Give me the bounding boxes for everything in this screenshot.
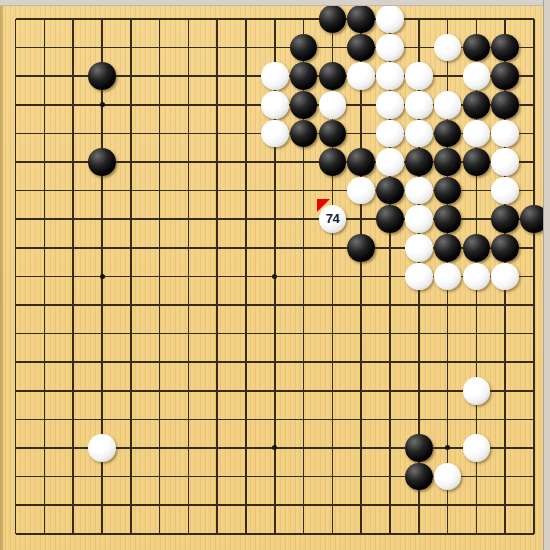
board-cell[interactable] [433, 319, 462, 348]
board-cell[interactable] [491, 119, 520, 148]
board-cell[interactable] [404, 205, 433, 234]
board-cell[interactable] [404, 462, 433, 491]
board-cell[interactable] [433, 462, 462, 491]
board-cell[interactable] [30, 405, 59, 434]
board-cell[interactable] [347, 62, 376, 91]
board-cell[interactable] [260, 434, 289, 463]
board-cell[interactable] [116, 176, 145, 205]
board-cell[interactable] [232, 434, 261, 463]
board-cell[interactable] [145, 262, 174, 291]
board-cell[interactable] [260, 291, 289, 320]
board-cell[interactable] [376, 491, 405, 520]
board-cell[interactable] [462, 234, 491, 263]
board-cell[interactable] [376, 33, 405, 62]
board-cell[interactable] [203, 491, 232, 520]
board-cell[interactable] [433, 62, 462, 91]
board-cell[interactable] [88, 33, 117, 62]
board-cell[interactable] [203, 405, 232, 434]
board-cell[interactable] [203, 462, 232, 491]
board-cell[interactable] [404, 234, 433, 263]
board-cell[interactable] [376, 205, 405, 234]
board-cell[interactable] [318, 262, 347, 291]
board-cell[interactable] [376, 62, 405, 91]
board-cell[interactable] [260, 119, 289, 148]
board-cell[interactable] [376, 348, 405, 377]
board-cell[interactable] [1, 291, 30, 320]
board-cell[interactable] [116, 376, 145, 405]
board-cell[interactable] [318, 91, 347, 120]
board-cell[interactable] [174, 5, 203, 34]
board-cell[interactable] [88, 491, 117, 520]
board-cell[interactable] [318, 33, 347, 62]
board-cell[interactable] [203, 91, 232, 120]
board-cell[interactable] [433, 234, 462, 263]
board-cell[interactable] [376, 176, 405, 205]
board-cell[interactable] [289, 5, 318, 34]
board-cell[interactable] [433, 119, 462, 148]
board-cell[interactable] [203, 348, 232, 377]
board-cell[interactable] [116, 291, 145, 320]
board-cell[interactable] [30, 319, 59, 348]
board-cell[interactable] [491, 491, 520, 520]
board-cell[interactable] [174, 319, 203, 348]
board-cell[interactable] [433, 5, 462, 34]
board-cell[interactable] [404, 91, 433, 120]
board-cell[interactable] [404, 176, 433, 205]
board-cell[interactable] [1, 405, 30, 434]
board-cell[interactable] [376, 319, 405, 348]
board-cell[interactable] [491, 348, 520, 377]
board-cell[interactable] [203, 176, 232, 205]
board-cell[interactable] [376, 291, 405, 320]
board-cell[interactable] [318, 319, 347, 348]
board-cell[interactable] [318, 434, 347, 463]
board-cell[interactable] [145, 119, 174, 148]
board-cell[interactable] [318, 5, 347, 34]
board-cell[interactable] [1, 519, 30, 548]
board-cell[interactable] [491, 234, 520, 263]
board-cell[interactable] [318, 119, 347, 148]
board-cell[interactable] [116, 262, 145, 291]
board-cell[interactable] [404, 434, 433, 463]
board-cell[interactable] [232, 5, 261, 34]
board-cell[interactable] [260, 5, 289, 34]
board-cell[interactable] [1, 5, 30, 34]
board-cell[interactable] [203, 234, 232, 263]
board-cell[interactable] [232, 91, 261, 120]
board-cell[interactable] [174, 376, 203, 405]
board-cell[interactable] [376, 234, 405, 263]
board-cell[interactable] [462, 5, 491, 34]
board-cell[interactable] [289, 262, 318, 291]
board-cell[interactable] [1, 176, 30, 205]
board-cell[interactable] [1, 119, 30, 148]
board-cell[interactable] [1, 262, 30, 291]
board-cell[interactable] [376, 434, 405, 463]
board-cell[interactable] [59, 148, 88, 177]
board-cell[interactable] [433, 348, 462, 377]
board-cell[interactable] [59, 91, 88, 120]
board-cell[interactable] [203, 33, 232, 62]
board-cell[interactable] [145, 62, 174, 91]
board-cell[interactable] [404, 33, 433, 62]
board-cell[interactable] [462, 119, 491, 148]
board-cell[interactable] [145, 91, 174, 120]
board-cell[interactable] [174, 119, 203, 148]
board-cell[interactable] [433, 262, 462, 291]
board-cell[interactable] [376, 376, 405, 405]
board-cell[interactable] [404, 491, 433, 520]
board-cell[interactable] [30, 33, 59, 62]
board-cell[interactable] [491, 62, 520, 91]
board-cell[interactable] [232, 262, 261, 291]
board-cell[interactable] [260, 491, 289, 520]
board-cell[interactable] [433, 519, 462, 548]
board-cell[interactable] [174, 176, 203, 205]
board-cell[interactable] [30, 176, 59, 205]
board-cell[interactable] [232, 148, 261, 177]
board-cell[interactable] [462, 319, 491, 348]
board-cell[interactable] [347, 176, 376, 205]
board-cell[interactable] [145, 176, 174, 205]
board-cell[interactable] [289, 148, 318, 177]
board-cell[interactable] [289, 434, 318, 463]
board-cell[interactable] [376, 91, 405, 120]
board-cell[interactable]: 74 [318, 205, 347, 234]
board-cell[interactable] [116, 405, 145, 434]
board-cell[interactable] [347, 491, 376, 520]
board-cell[interactable] [289, 291, 318, 320]
board-cell[interactable] [1, 234, 30, 263]
board-cell[interactable] [491, 5, 520, 34]
board-cell[interactable] [347, 262, 376, 291]
board-cell[interactable] [30, 5, 59, 34]
board-cell[interactable] [116, 205, 145, 234]
board-cell[interactable] [145, 5, 174, 34]
board-cell[interactable] [491, 205, 520, 234]
board-cell[interactable] [404, 148, 433, 177]
board-cell[interactable] [491, 176, 520, 205]
board-cell[interactable] [433, 176, 462, 205]
board-cell[interactable] [88, 91, 117, 120]
board-cell[interactable] [404, 5, 433, 34]
board-cell[interactable] [232, 176, 261, 205]
board-cell[interactable] [462, 462, 491, 491]
board-cell[interactable] [289, 462, 318, 491]
board-cell[interactable] [318, 519, 347, 548]
board-cell[interactable] [433, 291, 462, 320]
board-cell[interactable] [491, 91, 520, 120]
board-cell[interactable] [174, 519, 203, 548]
board-cell[interactable] [203, 519, 232, 548]
board-cell[interactable] [88, 376, 117, 405]
board-cell[interactable] [203, 376, 232, 405]
board-cell[interactable] [289, 91, 318, 120]
board-cell[interactable] [203, 291, 232, 320]
board-cell[interactable] [232, 205, 261, 234]
board-cell[interactable] [1, 148, 30, 177]
board-cell[interactable] [232, 33, 261, 62]
board-cell[interactable] [260, 33, 289, 62]
board-cell[interactable] [347, 519, 376, 548]
board-cell[interactable] [203, 205, 232, 234]
board-cell[interactable] [145, 205, 174, 234]
board-cell[interactable] [462, 491, 491, 520]
board-cell[interactable] [30, 91, 59, 120]
board-cell[interactable] [174, 205, 203, 234]
board-cell[interactable] [59, 434, 88, 463]
board-cell[interactable] [462, 205, 491, 234]
board-cell[interactable] [404, 62, 433, 91]
board-cell[interactable] [145, 376, 174, 405]
board-cell[interactable] [145, 405, 174, 434]
board-cell[interactable] [491, 405, 520, 434]
board-cell[interactable] [59, 33, 88, 62]
board-cell[interactable] [462, 176, 491, 205]
board-cell[interactable] [347, 148, 376, 177]
board-cell[interactable] [491, 33, 520, 62]
board-cell[interactable] [260, 176, 289, 205]
board-cell[interactable] [318, 234, 347, 263]
board-cell[interactable] [289, 62, 318, 91]
board-cell[interactable] [462, 62, 491, 91]
board-cell[interactable] [433, 434, 462, 463]
board-cell[interactable] [203, 119, 232, 148]
board-cell[interactable] [376, 262, 405, 291]
board-cell[interactable] [433, 148, 462, 177]
board-cell[interactable] [116, 491, 145, 520]
board-cell[interactable] [1, 62, 30, 91]
board-cell[interactable] [232, 376, 261, 405]
board-cell[interactable] [174, 91, 203, 120]
board-cell[interactable] [116, 91, 145, 120]
board-cell[interactable] [404, 519, 433, 548]
board-cell[interactable] [232, 119, 261, 148]
board-cell[interactable] [30, 234, 59, 263]
board-cell[interactable] [145, 519, 174, 548]
board-cell[interactable] [1, 205, 30, 234]
board-cell[interactable] [260, 462, 289, 491]
board-cell[interactable] [1, 434, 30, 463]
board-cell[interactable] [347, 5, 376, 34]
board-cell[interactable] [59, 5, 88, 34]
board-cell[interactable] [116, 234, 145, 263]
board-cell[interactable] [232, 519, 261, 548]
board-cell[interactable] [174, 62, 203, 91]
board-cell[interactable] [59, 262, 88, 291]
board-cell[interactable] [318, 376, 347, 405]
board-cell[interactable] [59, 205, 88, 234]
board-cell[interactable] [491, 434, 520, 463]
board-cell[interactable] [376, 5, 405, 34]
board-cell[interactable] [462, 91, 491, 120]
board-cell[interactable] [433, 33, 462, 62]
board-cell[interactable] [59, 119, 88, 148]
board-cell[interactable] [30, 119, 59, 148]
board-cell[interactable] [260, 405, 289, 434]
board-cell[interactable] [88, 405, 117, 434]
board-cell[interactable] [462, 262, 491, 291]
board-cell[interactable] [30, 205, 59, 234]
board-cell[interactable] [174, 262, 203, 291]
board-cell[interactable] [491, 319, 520, 348]
board-cell[interactable] [59, 176, 88, 205]
board-cell[interactable] [1, 491, 30, 520]
board-cell[interactable] [88, 291, 117, 320]
board-cell[interactable] [88, 234, 117, 263]
board-cell[interactable] [433, 405, 462, 434]
board-cell[interactable] [318, 291, 347, 320]
board-cell[interactable] [491, 262, 520, 291]
board-cell[interactable] [116, 462, 145, 491]
board-cell[interactable] [1, 319, 30, 348]
board-cell[interactable] [59, 291, 88, 320]
board-cell[interactable] [174, 33, 203, 62]
board-cell[interactable] [174, 434, 203, 463]
board-cell[interactable] [203, 434, 232, 463]
board-cell[interactable] [30, 519, 59, 548]
board-cell[interactable] [404, 376, 433, 405]
board-cell[interactable] [232, 348, 261, 377]
board-cell[interactable] [1, 33, 30, 62]
board-cell[interactable] [260, 205, 289, 234]
board-cell[interactable] [491, 148, 520, 177]
board-cell[interactable] [260, 376, 289, 405]
board-cell[interactable] [30, 462, 59, 491]
board-cell[interactable] [232, 62, 261, 91]
board-cell[interactable] [462, 376, 491, 405]
board-cell[interactable] [232, 491, 261, 520]
board-cell[interactable] [232, 319, 261, 348]
board-cell[interactable] [145, 491, 174, 520]
board-cell[interactable] [347, 205, 376, 234]
board-cell[interactable] [116, 33, 145, 62]
board-cell[interactable] [347, 33, 376, 62]
board-cell[interactable] [433, 491, 462, 520]
board-cell[interactable] [289, 519, 318, 548]
board-cell[interactable] [347, 291, 376, 320]
board-cell[interactable] [174, 348, 203, 377]
board-cell[interactable] [59, 405, 88, 434]
board-cell[interactable] [462, 148, 491, 177]
board-cell[interactable] [88, 462, 117, 491]
board-cell[interactable] [260, 234, 289, 263]
board-cell[interactable] [116, 148, 145, 177]
board-cell[interactable] [88, 148, 117, 177]
board-cell[interactable] [88, 348, 117, 377]
board-cell[interactable] [116, 319, 145, 348]
board-cell[interactable] [318, 491, 347, 520]
board-cell[interactable] [260, 519, 289, 548]
board-cell[interactable] [88, 205, 117, 234]
board-cell[interactable] [491, 291, 520, 320]
board-cell[interactable] [491, 376, 520, 405]
board-cell[interactable] [347, 234, 376, 263]
board-cell[interactable] [88, 119, 117, 148]
board-cell[interactable] [289, 405, 318, 434]
board-cell[interactable] [30, 434, 59, 463]
board-cell[interactable] [260, 148, 289, 177]
board-cell[interactable] [59, 376, 88, 405]
board-cell[interactable] [203, 148, 232, 177]
board-cell[interactable] [174, 491, 203, 520]
board-cell[interactable] [30, 291, 59, 320]
board-cell[interactable] [145, 348, 174, 377]
board-cell[interactable] [289, 348, 318, 377]
board-cell[interactable] [289, 205, 318, 234]
board-cell[interactable] [1, 91, 30, 120]
board-cell[interactable] [376, 462, 405, 491]
board-cell[interactable] [462, 348, 491, 377]
board-cell[interactable] [376, 119, 405, 148]
board-cell[interactable] [1, 462, 30, 491]
board-cell[interactable] [30, 348, 59, 377]
board-cell[interactable] [145, 148, 174, 177]
board-cell[interactable] [404, 262, 433, 291]
board-cell[interactable] [59, 62, 88, 91]
board-cell[interactable] [145, 319, 174, 348]
board-cell[interactable] [289, 119, 318, 148]
board-cell[interactable] [318, 405, 347, 434]
board-cell[interactable] [376, 405, 405, 434]
board-cell[interactable] [116, 5, 145, 34]
board-cell[interactable] [59, 319, 88, 348]
board-cell[interactable] [347, 405, 376, 434]
board-cell[interactable] [289, 33, 318, 62]
board-cell[interactable] [174, 148, 203, 177]
board-cell[interactable] [30, 62, 59, 91]
board-cell[interactable] [433, 205, 462, 234]
board-cell[interactable] [289, 319, 318, 348]
board-cell[interactable] [203, 62, 232, 91]
board-cell[interactable] [462, 519, 491, 548]
board-cell[interactable] [289, 234, 318, 263]
board-cell[interactable] [174, 291, 203, 320]
board-cell[interactable] [462, 33, 491, 62]
board-cell[interactable] [88, 5, 117, 34]
board-cell[interactable] [203, 319, 232, 348]
board-cell[interactable] [88, 62, 117, 91]
board-cell[interactable] [232, 291, 261, 320]
board-cell[interactable] [289, 176, 318, 205]
board-cell[interactable] [289, 376, 318, 405]
board-cell[interactable] [347, 376, 376, 405]
board-cell[interactable] [59, 491, 88, 520]
board-cell[interactable] [145, 291, 174, 320]
board-cell[interactable] [145, 33, 174, 62]
board-cell[interactable] [203, 262, 232, 291]
board-cell[interactable] [347, 462, 376, 491]
board-cell[interactable] [116, 62, 145, 91]
board-cell[interactable] [376, 519, 405, 548]
board-cell[interactable] [145, 434, 174, 463]
board-cell[interactable] [174, 405, 203, 434]
board-cell[interactable] [232, 405, 261, 434]
board-cell[interactable] [59, 348, 88, 377]
board-cell[interactable] [1, 376, 30, 405]
board-cell[interactable] [145, 462, 174, 491]
board-cell[interactable] [88, 262, 117, 291]
board-cell[interactable] [59, 462, 88, 491]
board-cell[interactable] [404, 291, 433, 320]
board-cell[interactable] [145, 234, 174, 263]
board-cell[interactable] [88, 519, 117, 548]
board-cell[interactable] [433, 376, 462, 405]
board-cell[interactable] [232, 234, 261, 263]
board-cell[interactable] [260, 262, 289, 291]
board-cell[interactable] [318, 348, 347, 377]
board-cell[interactable] [433, 91, 462, 120]
